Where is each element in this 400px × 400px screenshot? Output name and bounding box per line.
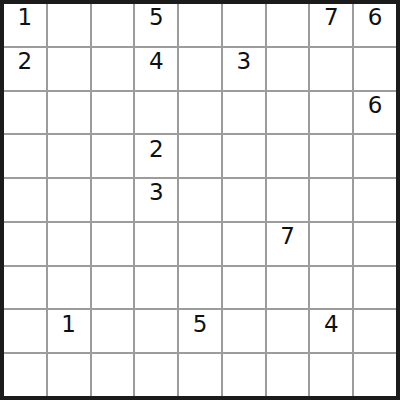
cell-r1c9: 6 xyxy=(354,4,396,46)
clue-number: 1 xyxy=(61,313,76,336)
cell-r1c7[interactable] xyxy=(267,4,309,46)
cell-r9c7[interactable] xyxy=(267,354,309,396)
cell-r9c5[interactable] xyxy=(179,354,221,396)
cell-r8c2: 1 xyxy=(48,310,90,352)
cell-r5c9[interactable] xyxy=(354,179,396,221)
cell-r3c4[interactable] xyxy=(135,92,177,134)
cell-r7c4[interactable] xyxy=(135,267,177,309)
clue-number: 3 xyxy=(149,181,164,204)
cell-r7c8[interactable] xyxy=(310,267,352,309)
clue-number: 3 xyxy=(236,50,251,73)
cell-r2c9[interactable] xyxy=(354,48,396,90)
clue-number: 4 xyxy=(149,50,164,73)
cell-r3c9: 6 xyxy=(354,92,396,134)
cell-r8c3[interactable] xyxy=(92,310,134,352)
cell-r6c7: 7 xyxy=(267,223,309,265)
cell-r9c1[interactable] xyxy=(4,354,46,396)
cell-r2c6: 3 xyxy=(223,48,265,90)
cell-r2c4: 4 xyxy=(135,48,177,90)
cell-r6c4[interactable] xyxy=(135,223,177,265)
cell-r6c2[interactable] xyxy=(48,223,90,265)
cell-r2c5[interactable] xyxy=(179,48,221,90)
clue-number: 5 xyxy=(193,313,208,336)
cell-r5c3[interactable] xyxy=(92,179,134,221)
cell-r1c4: 5 xyxy=(135,4,177,46)
clue-number: 7 xyxy=(324,6,339,29)
cell-r6c6[interactable] xyxy=(223,223,265,265)
clue-number: 2 xyxy=(149,138,164,161)
cell-r9c2[interactable] xyxy=(48,354,90,396)
cell-r4c1[interactable] xyxy=(4,135,46,177)
cell-r7c2[interactable] xyxy=(48,267,90,309)
cell-r9c6[interactable] xyxy=(223,354,265,396)
cell-r8c1[interactable] xyxy=(4,310,46,352)
cell-r9c3[interactable] xyxy=(92,354,134,396)
cell-r5c2[interactable] xyxy=(48,179,90,221)
cell-r3c1[interactable] xyxy=(4,92,46,134)
cell-r3c5[interactable] xyxy=(179,92,221,134)
cell-r5c6[interactable] xyxy=(223,179,265,221)
cell-r2c1: 2 xyxy=(4,48,46,90)
cell-r9c4[interactable] xyxy=(135,354,177,396)
cell-r5c8[interactable] xyxy=(310,179,352,221)
cell-r6c3[interactable] xyxy=(92,223,134,265)
cell-r4c7[interactable] xyxy=(267,135,309,177)
cell-r5c1[interactable] xyxy=(4,179,46,221)
cell-r4c4: 2 xyxy=(135,135,177,177)
cell-r6c1[interactable] xyxy=(4,223,46,265)
cell-r3c6[interactable] xyxy=(223,92,265,134)
cell-r5c7[interactable] xyxy=(267,179,309,221)
clue-number: 5 xyxy=(149,6,164,29)
clue-number: 2 xyxy=(18,50,33,73)
puzzle-page: 15762436237154 xyxy=(0,0,400,400)
cell-r9c9[interactable] xyxy=(354,354,396,396)
cell-r1c1: 1 xyxy=(4,4,46,46)
cell-r2c8[interactable] xyxy=(310,48,352,90)
cell-r7c6[interactable] xyxy=(223,267,265,309)
cell-r6c8[interactable] xyxy=(310,223,352,265)
cell-r1c2[interactable] xyxy=(48,4,90,46)
cell-r8c9[interactable] xyxy=(354,310,396,352)
cell-r1c3[interactable] xyxy=(92,4,134,46)
cell-r3c3[interactable] xyxy=(92,92,134,134)
cell-r8c5: 5 xyxy=(179,310,221,352)
cell-r4c9[interactable] xyxy=(354,135,396,177)
clue-number: 4 xyxy=(324,313,339,336)
cell-r3c7[interactable] xyxy=(267,92,309,134)
cell-r4c3[interactable] xyxy=(92,135,134,177)
cell-r4c8[interactable] xyxy=(310,135,352,177)
clue-number: 6 xyxy=(368,94,383,117)
cell-r7c7[interactable] xyxy=(267,267,309,309)
cell-r7c3[interactable] xyxy=(92,267,134,309)
cell-r4c6[interactable] xyxy=(223,135,265,177)
clue-number: 6 xyxy=(368,6,383,29)
cell-r2c2[interactable] xyxy=(48,48,90,90)
cell-r8c4[interactable] xyxy=(135,310,177,352)
cell-r5c4: 3 xyxy=(135,179,177,221)
cell-r1c5[interactable] xyxy=(179,4,221,46)
cell-r8c7[interactable] xyxy=(267,310,309,352)
cell-r8c8: 4 xyxy=(310,310,352,352)
clue-number: 7 xyxy=(280,225,295,248)
cell-r5c5[interactable] xyxy=(179,179,221,221)
cell-r7c5[interactable] xyxy=(179,267,221,309)
cell-r2c3[interactable] xyxy=(92,48,134,90)
cell-r3c2[interactable] xyxy=(48,92,90,134)
cell-r3c8[interactable] xyxy=(310,92,352,134)
cell-r7c9[interactable] xyxy=(354,267,396,309)
cell-r2c7[interactable] xyxy=(267,48,309,90)
cell-r7c1[interactable] xyxy=(4,267,46,309)
cell-r1c6[interactable] xyxy=(223,4,265,46)
cell-r6c9[interactable] xyxy=(354,223,396,265)
cell-r6c5[interactable] xyxy=(179,223,221,265)
cell-r8c6[interactable] xyxy=(223,310,265,352)
cell-r4c5[interactable] xyxy=(179,135,221,177)
cell-r9c8[interactable] xyxy=(310,354,352,396)
puzzle-board: 15762436237154 xyxy=(0,0,400,400)
cell-r4c2[interactable] xyxy=(48,135,90,177)
clue-number: 1 xyxy=(18,6,33,29)
cell-r1c8: 7 xyxy=(310,4,352,46)
